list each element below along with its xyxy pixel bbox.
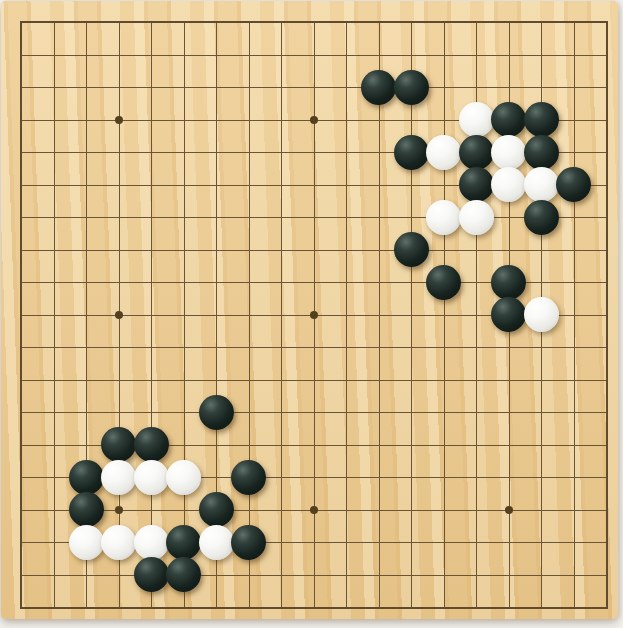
stone-white-Q15[interactable]: [491, 135, 526, 170]
star-point: [505, 506, 513, 514]
stone-white-P13[interactable]: [459, 200, 494, 235]
stone-white-E5[interactable]: [134, 460, 169, 495]
stone-white-E3[interactable]: [134, 525, 169, 560]
stone-white-P16[interactable]: [459, 102, 494, 137]
star-point: [115, 506, 123, 514]
stone-black-R13[interactable]: [524, 200, 559, 235]
stone-black-Q11[interactable]: [491, 265, 526, 300]
stone-black-H5[interactable]: [231, 460, 266, 495]
stone-white-G3[interactable]: [199, 525, 234, 560]
stone-white-O15[interactable]: [426, 135, 461, 170]
stone-black-F3[interactable]: [166, 525, 201, 560]
star-point: [115, 116, 123, 124]
stone-black-F2[interactable]: [166, 557, 201, 592]
stone-black-N17[interactable]: [394, 70, 429, 105]
stone-black-E6[interactable]: [134, 427, 169, 462]
go-app-window: [0, 0, 623, 628]
stone-black-D6[interactable]: [101, 427, 136, 462]
stone-black-G7[interactable]: [199, 395, 234, 430]
stone-black-O11[interactable]: [426, 265, 461, 300]
stone-white-R14[interactable]: [524, 167, 559, 202]
star-point: [310, 311, 318, 319]
star-point: [115, 311, 123, 319]
stone-black-N12[interactable]: [394, 232, 429, 267]
stone-black-Q16[interactable]: [491, 102, 526, 137]
stone-white-D5[interactable]: [101, 460, 136, 495]
stone-black-R15[interactable]: [524, 135, 559, 170]
stone-black-P14[interactable]: [459, 167, 494, 202]
star-point: [310, 116, 318, 124]
stone-black-M17[interactable]: [361, 70, 396, 105]
stone-white-R10[interactable]: [524, 297, 559, 332]
stone-black-G4[interactable]: [199, 492, 234, 527]
stone-white-C3[interactable]: [69, 525, 104, 560]
stone-white-Q14[interactable]: [491, 167, 526, 202]
stone-white-F5[interactable]: [166, 460, 201, 495]
stone-black-P15[interactable]: [459, 135, 494, 170]
stone-white-D3[interactable]: [101, 525, 136, 560]
star-point: [310, 506, 318, 514]
stone-white-O13[interactable]: [426, 200, 461, 235]
stone-black-E2[interactable]: [134, 557, 169, 592]
stone-black-S14[interactable]: [556, 167, 591, 202]
go-board[interactable]: [1, 1, 618, 619]
stone-black-Q10[interactable]: [491, 297, 526, 332]
stone-black-R16[interactable]: [524, 102, 559, 137]
stone-black-C5[interactable]: [69, 460, 104, 495]
stone-black-H3[interactable]: [231, 525, 266, 560]
stone-black-N15[interactable]: [394, 135, 429, 170]
stone-black-C4[interactable]: [69, 492, 104, 527]
